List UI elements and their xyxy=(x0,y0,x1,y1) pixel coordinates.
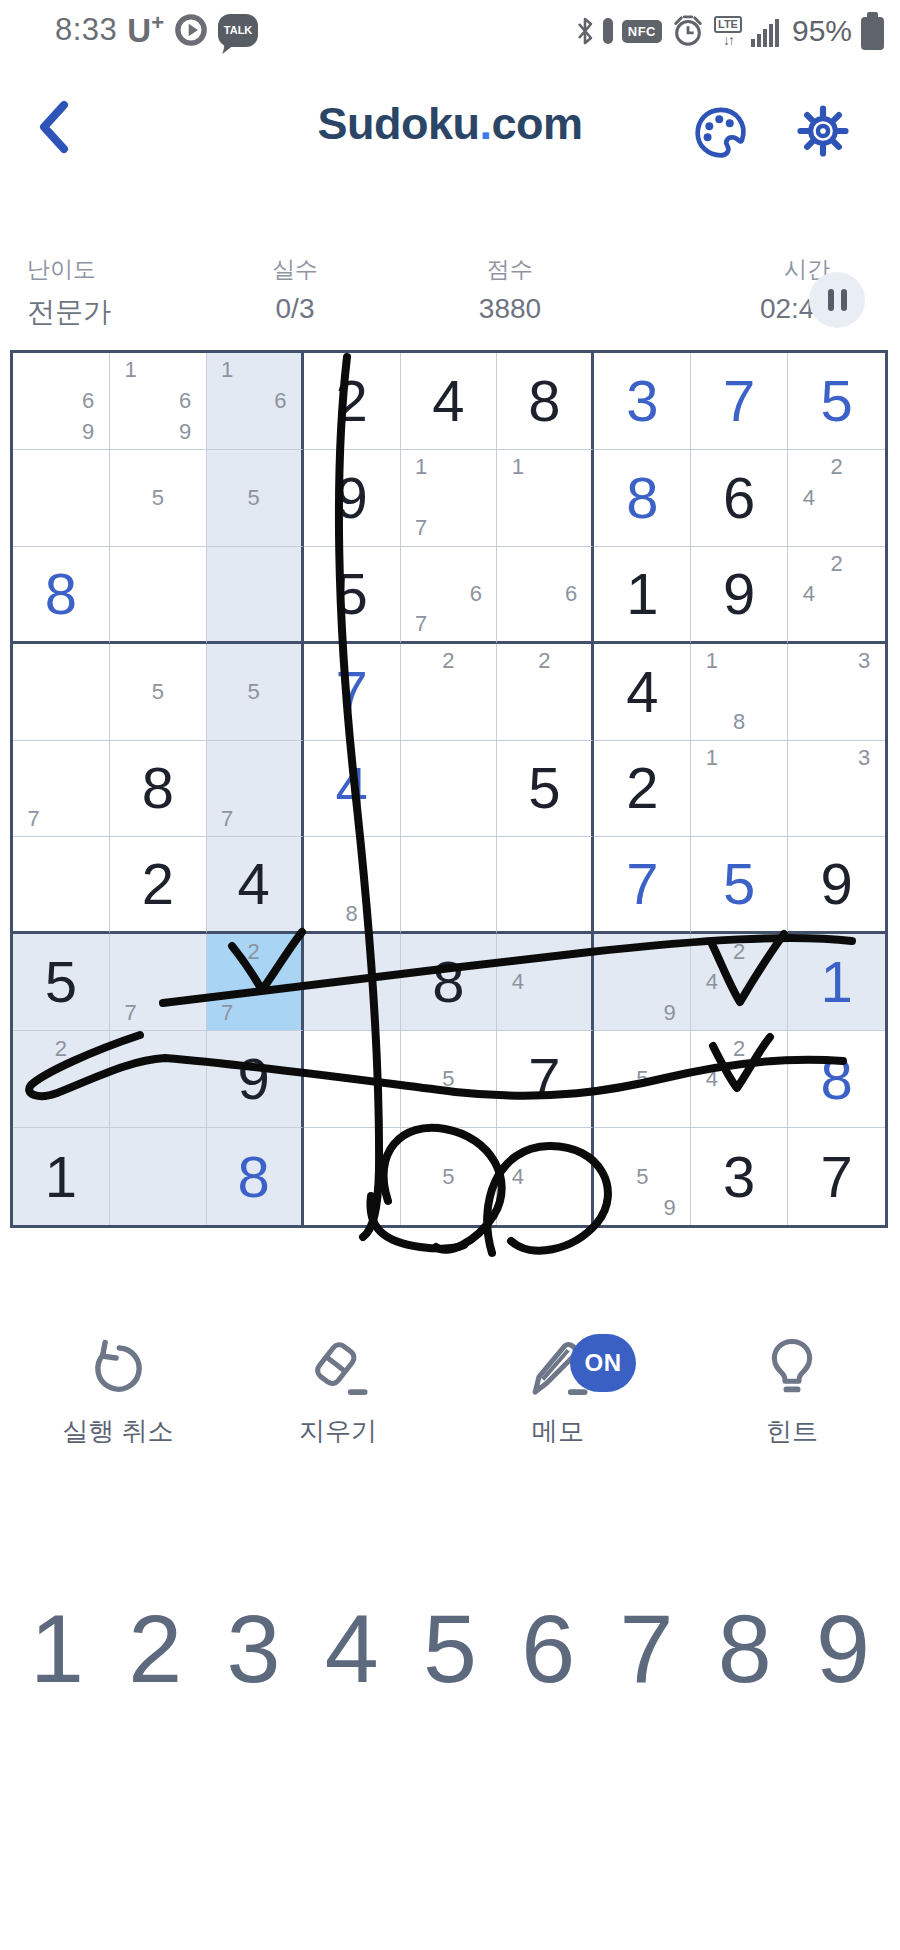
cell-r3c9[interactable]: 24 xyxy=(788,547,885,644)
cell-r6c8[interactable]: 5 xyxy=(691,837,788,934)
pencil-notes: 7 xyxy=(214,743,294,835)
cell-r6c5[interactable] xyxy=(401,837,498,934)
theme-palette-button[interactable] xyxy=(692,104,750,160)
given-digit: 2 xyxy=(110,837,206,931)
page-title: Sudoku.com xyxy=(0,98,900,150)
entered-digit: 5 xyxy=(691,837,787,931)
pencil-notes: 2 xyxy=(504,646,584,738)
cell-r1c2[interactable]: 169 xyxy=(110,353,207,450)
status-bar: 8:33 U+ TALK NFC LTE ↓↑ 95% xyxy=(0,0,900,56)
palette-icon xyxy=(692,104,750,160)
cell-r9c1[interactable]: 1 xyxy=(13,1128,110,1225)
undo-label: 실행 취소 xyxy=(62,1414,173,1449)
undo-button[interactable]: 실행 취소 xyxy=(38,1328,198,1449)
cell-r7c5[interactable]: 8 xyxy=(401,934,498,1031)
cell-r4c2[interactable]: 5 xyxy=(110,644,207,741)
erase-button[interactable]: 지우기 xyxy=(258,1328,418,1449)
pencil-notes: 24 xyxy=(795,549,878,639)
given-digit: 2 xyxy=(594,741,690,837)
pencil-notes: 1 xyxy=(504,452,584,544)
cell-r4c6[interactable]: 2 xyxy=(497,644,594,741)
battery-percent: 95% xyxy=(792,14,852,48)
cell-r8c9[interactable]: 8 xyxy=(788,1031,885,1128)
given-digit: 3 xyxy=(691,1128,787,1225)
given-digit: 7 xyxy=(497,1031,591,1127)
cell-r9c8[interactable]: 3 xyxy=(691,1128,788,1225)
bluetooth-icon xyxy=(576,16,594,46)
pencil-notes: 5 xyxy=(601,1033,683,1125)
cell-r4c3[interactable]: 5 xyxy=(207,644,304,741)
cell-r6c7[interactable]: 7 xyxy=(594,837,691,934)
stat-mistakes: 실수 0/3 xyxy=(230,254,360,325)
pencil-notes: 18 xyxy=(698,646,780,738)
cell-r2c3[interactable]: 5 xyxy=(207,450,304,547)
cell-r5c1[interactable]: 7 xyxy=(13,741,110,838)
pencil-notes: 24 xyxy=(795,452,878,544)
given-digit: 7 xyxy=(788,1128,885,1225)
cell-r8c5[interactable]: 5 xyxy=(401,1031,498,1128)
cell-r8c6[interactable]: 7 xyxy=(497,1031,594,1128)
pencil-notes: 24 xyxy=(698,936,780,1028)
pencil-notes: 24 xyxy=(698,1033,780,1125)
cell-r3c4[interactable]: 5 xyxy=(304,547,401,644)
alarm-icon xyxy=(671,14,705,48)
cell-r9c7[interactable]: 59 xyxy=(594,1128,691,1225)
entered-digit: 5 xyxy=(788,353,885,449)
pause-icon xyxy=(828,289,834,311)
cell-r5c8[interactable]: 1 xyxy=(691,741,788,838)
pencil-notes: 1 xyxy=(698,743,780,835)
undo-icon xyxy=(87,1328,149,1400)
pencil-notes: 2 xyxy=(20,1033,102,1125)
cell-r1c4[interactable]: 2 xyxy=(304,353,401,450)
pencil-notes: 3 xyxy=(795,743,878,835)
cell-r7c6[interactable]: 4 xyxy=(497,934,594,1031)
cell-r5c5[interactable] xyxy=(401,741,498,838)
cell-r9c2[interactable] xyxy=(110,1128,207,1225)
cell-r9c3[interactable]: 8 xyxy=(207,1128,304,1225)
cell-r7c3[interactable]: 27 xyxy=(207,934,304,1031)
pencil-notes: 169 xyxy=(117,355,199,447)
cell-r8c8[interactable]: 24 xyxy=(691,1031,788,1128)
cell-r6c3[interactable]: 4 xyxy=(207,837,304,934)
cell-r7c7[interactable]: 9 xyxy=(594,934,691,1031)
cell-r6c4[interactable]: 8 xyxy=(304,837,401,934)
given-digit: 8 xyxy=(110,741,206,837)
pencil-notes: 4 xyxy=(504,936,584,1028)
pencil-notes: 5 xyxy=(408,1130,490,1223)
cell-r5c4[interactable]: 4 xyxy=(304,741,401,838)
cell-r4c1[interactable] xyxy=(13,644,110,741)
cell-r4c5[interactable]: 2 xyxy=(401,644,498,741)
given-digit: 9 xyxy=(304,450,400,546)
cell-r4c4[interactable]: 7 xyxy=(304,644,401,741)
battery-icon xyxy=(861,17,884,50)
given-digit: 4 xyxy=(401,353,497,449)
numpad-9[interactable]: 9 xyxy=(810,1600,876,1697)
numpad-4[interactable]: 4 xyxy=(319,1600,385,1697)
cell-r7c8[interactable]: 24 xyxy=(691,934,788,1031)
cell-r1c7[interactable]: 3 xyxy=(594,353,691,450)
hint-button[interactable]: 힌트 xyxy=(712,1328,872,1449)
cell-r2c2[interactable]: 5 xyxy=(110,450,207,547)
pencil-notes: 17 xyxy=(408,452,490,544)
cell-r7c2[interactable]: 7 xyxy=(110,934,207,1031)
cell-r1c3[interactable]: 16 xyxy=(207,353,304,450)
lightbulb-icon xyxy=(763,1328,821,1400)
cell-r4c8[interactable]: 18 xyxy=(691,644,788,741)
entered-digit: 8 xyxy=(207,1128,301,1225)
cell-r5c7[interactable]: 2 xyxy=(594,741,691,838)
entered-digit: 7 xyxy=(594,837,690,931)
given-digit: 2 xyxy=(304,353,400,449)
given-digit: 5 xyxy=(304,547,400,641)
pencil-notes: 4 xyxy=(504,1130,584,1223)
pencil-notes: 8 xyxy=(311,839,393,929)
pencil-notes: 5 xyxy=(117,646,199,738)
pencil-notes: 2 xyxy=(408,646,490,738)
cell-r2c4[interactable]: 9 xyxy=(304,450,401,547)
given-digit: 9 xyxy=(788,837,885,931)
toolbar: 실행 취소 지우기 ON 메모 힌트 xyxy=(0,1328,900,1488)
pencil-notes: 67 xyxy=(408,549,490,639)
entered-digit: 7 xyxy=(304,644,400,740)
pencil-notes: 7 xyxy=(117,936,199,1028)
entered-digit: 3 xyxy=(594,353,690,449)
settings-button[interactable] xyxy=(796,104,850,158)
cell-r6c2[interactable]: 2 xyxy=(110,837,207,934)
cell-r5c9[interactable]: 3 xyxy=(788,741,885,838)
cell-r7c9[interactable]: 1 xyxy=(788,934,885,1031)
cell-r5c6[interactable]: 5 xyxy=(497,741,594,838)
numpad-5[interactable]: 5 xyxy=(417,1600,483,1697)
pencil-notes: 7 xyxy=(20,743,102,835)
cell-r4c7[interactable]: 4 xyxy=(594,644,691,741)
cell-r3c8[interactable]: 9 xyxy=(691,547,788,644)
cell-r3c2[interactable] xyxy=(110,547,207,644)
pencil-notes: 3 xyxy=(795,646,878,738)
cell-r9c4[interactable] xyxy=(304,1128,401,1225)
entered-digit: 4 xyxy=(304,741,400,837)
pencil-notes: 5 xyxy=(214,452,294,544)
entered-digit: 8 xyxy=(13,547,109,641)
cell-r2c5[interactable]: 17 xyxy=(401,450,498,547)
numpad-7[interactable]: 7 xyxy=(614,1600,680,1697)
cell-r2c7[interactable]: 8 xyxy=(594,450,691,547)
cell-r2c8[interactable]: 6 xyxy=(691,450,788,547)
cell-r9c5[interactable]: 5 xyxy=(401,1128,498,1225)
numpad-2[interactable]: 2 xyxy=(122,1600,188,1697)
erase-label: 지우기 xyxy=(299,1414,377,1449)
cell-r3c3[interactable] xyxy=(207,547,304,644)
memo-on-badge: ON xyxy=(570,1334,636,1392)
app-header: Sudoku.com xyxy=(0,90,900,170)
given-digit: 1 xyxy=(594,547,690,641)
given-digit: 5 xyxy=(497,741,591,837)
cell-r3c5[interactable]: 67 xyxy=(401,547,498,644)
gear-icon xyxy=(796,104,850,158)
cell-r5c2[interactable]: 8 xyxy=(110,741,207,838)
given-digit: 9 xyxy=(691,547,787,641)
cell-r8c2[interactable] xyxy=(110,1031,207,1128)
cell-r3c6[interactable]: 6 xyxy=(497,547,594,644)
memo-button[interactable]: ON 메모 xyxy=(478,1328,638,1449)
kakaotalk-icon: TALK xyxy=(218,14,258,47)
cell-r2c6[interactable]: 1 xyxy=(497,450,594,547)
entered-digit: 8 xyxy=(788,1031,885,1127)
stat-score: 점수 3880 xyxy=(445,254,575,325)
cell-r3c7[interactable]: 1 xyxy=(594,547,691,644)
pencil-notes: 27 xyxy=(214,936,294,1028)
cell-r6c9[interactable]: 9 xyxy=(788,837,885,934)
pencil-notes: 5 xyxy=(117,452,199,544)
cell-r1c5[interactable]: 4 xyxy=(401,353,498,450)
pencil-notes: 9 xyxy=(601,936,683,1028)
cell-r8c1[interactable]: 2 xyxy=(13,1031,110,1128)
stats-bar: 난이도 전문가 실수 0/3 점수 3880 시간 02:41 xyxy=(0,254,900,334)
stat-difficulty: 난이도 전문가 xyxy=(27,254,111,331)
pencil-notes: 5 xyxy=(408,1033,490,1125)
pause-button[interactable] xyxy=(809,272,865,328)
pencil-notes: 69 xyxy=(20,355,102,447)
given-digit: 6 xyxy=(691,450,787,546)
cell-r6c6[interactable] xyxy=(497,837,594,934)
cell-r9c9[interactable]: 7 xyxy=(788,1128,885,1225)
memo-label: 메모 xyxy=(532,1414,584,1449)
pencil-notes: 5 xyxy=(214,646,294,738)
stylus-battery-icon xyxy=(603,18,613,44)
cell-r1c1[interactable]: 69 xyxy=(13,353,110,450)
pencil-notes: 6 xyxy=(504,549,584,639)
cell-r6c1[interactable] xyxy=(13,837,110,934)
numpad-6[interactable]: 6 xyxy=(515,1600,581,1697)
numpad-8[interactable]: 8 xyxy=(712,1600,778,1697)
signal-icon xyxy=(751,15,783,47)
cell-r8c3[interactable]: 9 xyxy=(207,1031,304,1128)
hint-label: 힌트 xyxy=(766,1414,818,1449)
cell-r1c9[interactable]: 5 xyxy=(788,353,885,450)
cell-r2c1[interactable] xyxy=(13,450,110,547)
sudoku-board: 6916916248375559171862485676192455722418… xyxy=(10,350,888,1228)
given-digit: 9 xyxy=(207,1031,301,1127)
play-circle-icon xyxy=(174,13,208,47)
cell-r8c4[interactable] xyxy=(304,1031,401,1128)
cell-r5c3[interactable]: 7 xyxy=(207,741,304,838)
numpad-3[interactable]: 3 xyxy=(221,1600,287,1697)
cell-r7c1[interactable]: 5 xyxy=(13,934,110,1031)
entered-digit: 1 xyxy=(788,934,885,1030)
entered-digit: 8 xyxy=(594,450,690,546)
cell-r9c6[interactable]: 4 xyxy=(497,1128,594,1225)
given-digit: 8 xyxy=(401,934,497,1030)
numpad-1[interactable]: 1 xyxy=(24,1600,90,1697)
cell-r7c4[interactable] xyxy=(304,934,401,1031)
given-digit: 4 xyxy=(207,837,301,931)
pencil-notes: 16 xyxy=(214,355,294,447)
nfc-icon: NFC xyxy=(622,20,662,43)
cell-r2c9[interactable]: 24 xyxy=(788,450,885,547)
pencil-notes: 59 xyxy=(601,1130,683,1223)
numpad: 123456789 xyxy=(24,1588,876,1708)
cell-r8c7[interactable]: 5 xyxy=(594,1031,691,1128)
cell-r1c6[interactable]: 8 xyxy=(497,353,594,450)
entered-digit: 7 xyxy=(691,353,787,449)
lte-icon: LTE ↓↑ xyxy=(714,16,742,47)
cell-r4c9[interactable]: 3 xyxy=(788,644,885,741)
eraser-icon xyxy=(305,1328,371,1400)
given-digit: 5 xyxy=(13,934,109,1030)
cell-r3c1[interactable]: 8 xyxy=(13,547,110,644)
given-digit: 4 xyxy=(594,644,690,740)
cell-r1c8[interactable]: 7 xyxy=(691,353,788,450)
clock-time: 8:33 xyxy=(55,12,117,48)
given-digit: 1 xyxy=(13,1128,109,1225)
given-digit: 8 xyxy=(497,353,591,449)
carrier-logo: U+ xyxy=(127,10,164,50)
